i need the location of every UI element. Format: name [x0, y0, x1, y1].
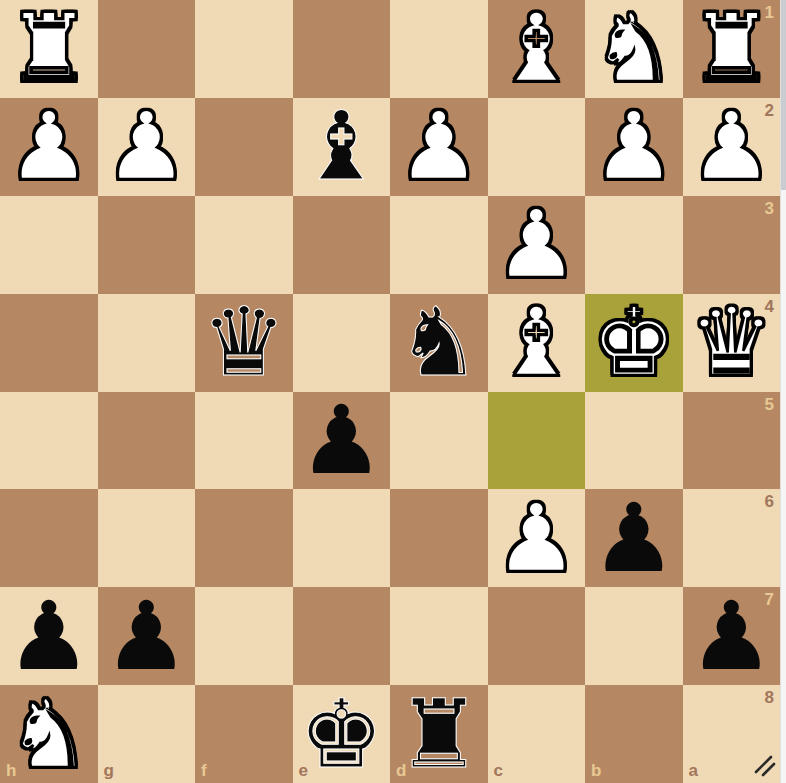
- coord-file-e: e: [299, 762, 308, 779]
- coord-rank-1: 1: [765, 4, 774, 21]
- square-h5[interactable]: [0, 392, 98, 490]
- square-h4[interactable]: [0, 294, 98, 392]
- square-a5[interactable]: 5: [683, 392, 781, 490]
- square-b4[interactable]: ♚: [585, 294, 683, 392]
- coord-file-g: g: [104, 762, 114, 779]
- square-h3[interactable]: [0, 196, 98, 294]
- square-g5[interactable]: [98, 392, 196, 490]
- square-g1[interactable]: [98, 0, 196, 98]
- piece-white-pawn: ♟: [494, 490, 579, 587]
- square-a6[interactable]: 6: [683, 489, 781, 587]
- coord-rank-7: 7: [765, 591, 774, 608]
- square-b5[interactable]: [585, 392, 683, 490]
- square-f7[interactable]: [195, 587, 293, 685]
- piece-white-bishop: ♝: [494, 0, 579, 97]
- piece-white-rook: ♜: [689, 0, 774, 97]
- square-d2[interactable]: ♟: [390, 98, 488, 196]
- piece-white-bishop: ♝: [494, 294, 579, 391]
- square-e1[interactable]: [293, 0, 391, 98]
- coord-file-a: a: [689, 762, 698, 779]
- square-d8[interactable]: ♜d: [390, 685, 488, 783]
- piece-black-knight: ♞: [396, 294, 481, 391]
- coord-file-b: b: [591, 762, 601, 779]
- square-c2[interactable]: [488, 98, 586, 196]
- piece-black-pawn: ♟: [689, 588, 774, 685]
- square-c1[interactable]: ♝: [488, 0, 586, 98]
- square-b7[interactable]: [585, 587, 683, 685]
- square-f1[interactable]: [195, 0, 293, 98]
- square-d6[interactable]: [390, 489, 488, 587]
- square-g7[interactable]: ♟: [98, 587, 196, 685]
- square-c4[interactable]: ♝: [488, 294, 586, 392]
- square-f4[interactable]: ♛: [195, 294, 293, 392]
- square-b6[interactable]: ♟: [585, 489, 683, 587]
- piece-white-rook: ♜: [6, 0, 91, 97]
- square-e7[interactable]: [293, 587, 391, 685]
- piece-white-king: ♚: [591, 294, 676, 391]
- chess-board: ♜♝♞♜1♟♟♝♟♟♟2♟3♛♞♝♚♛4♟5♟♟6♟♟♟7♞hgf♚e♜dcb8…: [0, 0, 780, 783]
- square-e2[interactable]: ♝: [293, 98, 391, 196]
- piece-black-pawn: ♟: [6, 588, 91, 685]
- square-a4[interactable]: ♛4: [683, 294, 781, 392]
- square-d7[interactable]: [390, 587, 488, 685]
- square-d1[interactable]: [390, 0, 488, 98]
- piece-white-pawn: ♟: [494, 196, 579, 293]
- square-a1[interactable]: ♜1: [683, 0, 781, 98]
- piece-black-pawn: ♟: [299, 392, 384, 489]
- square-c6[interactable]: ♟: [488, 489, 586, 587]
- square-f8[interactable]: f: [195, 685, 293, 783]
- square-d4[interactable]: ♞: [390, 294, 488, 392]
- square-g4[interactable]: [98, 294, 196, 392]
- coord-file-c: c: [494, 762, 503, 779]
- square-e6[interactable]: [293, 489, 391, 587]
- square-f2[interactable]: [195, 98, 293, 196]
- square-e5[interactable]: ♟: [293, 392, 391, 490]
- square-h7[interactable]: ♟: [0, 587, 98, 685]
- piece-black-pawn: ♟: [104, 588, 189, 685]
- scrollbar-thumb[interactable]: [781, 0, 786, 190]
- square-h1[interactable]: ♜: [0, 0, 98, 98]
- coord-file-h: h: [6, 762, 16, 779]
- square-b1[interactable]: ♞: [585, 0, 683, 98]
- square-b3[interactable]: [585, 196, 683, 294]
- coord-file-f: f: [201, 762, 207, 779]
- square-f5[interactable]: [195, 392, 293, 490]
- square-d3[interactable]: [390, 196, 488, 294]
- square-g6[interactable]: [98, 489, 196, 587]
- square-e4[interactable]: [293, 294, 391, 392]
- resize-icon: [752, 753, 776, 777]
- square-g2[interactable]: ♟: [98, 98, 196, 196]
- square-a7[interactable]: ♟7: [683, 587, 781, 685]
- coord-rank-6: 6: [765, 493, 774, 510]
- scrollbar[interactable]: [780, 0, 786, 783]
- square-e8[interactable]: ♚e: [293, 685, 391, 783]
- piece-black-king: ♚: [299, 686, 384, 783]
- coord-rank-5: 5: [765, 396, 774, 413]
- piece-black-bishop: ♝: [299, 98, 384, 195]
- square-c7[interactable]: [488, 587, 586, 685]
- page: ♜♝♞♜1♟♟♝♟♟♟2♟3♛♞♝♚♛4♟5♟♟6♟♟♟7♞hgf♚e♜dcb8…: [0, 0, 786, 783]
- square-f3[interactable]: [195, 196, 293, 294]
- piece-white-knight: ♞: [591, 0, 676, 97]
- coord-rank-2: 2: [765, 102, 774, 119]
- piece-black-queen: ♛: [201, 294, 286, 391]
- piece-white-knight: ♞: [6, 686, 91, 783]
- square-h8[interactable]: ♞h: [0, 685, 98, 783]
- square-b8[interactable]: b: [585, 685, 683, 783]
- piece-white-pawn: ♟: [591, 98, 676, 195]
- square-c5[interactable]: [488, 392, 586, 490]
- coord-rank-3: 3: [765, 200, 774, 217]
- piece-white-pawn: ♟: [104, 98, 189, 195]
- piece-white-pawn: ♟: [396, 98, 481, 195]
- square-b2[interactable]: ♟: [585, 98, 683, 196]
- square-h2[interactable]: ♟: [0, 98, 98, 196]
- square-d5[interactable]: [390, 392, 488, 490]
- square-g8[interactable]: g: [98, 685, 196, 783]
- coord-file-d: d: [396, 762, 406, 779]
- square-f6[interactable]: [195, 489, 293, 587]
- piece-black-pawn: ♟: [591, 490, 676, 587]
- coord-rank-8: 8: [765, 689, 774, 706]
- coord-rank-4: 4: [765, 298, 774, 315]
- square-c8[interactable]: c: [488, 685, 586, 783]
- square-a3[interactable]: 3: [683, 196, 781, 294]
- board-resize-handle[interactable]: [752, 753, 776, 777]
- piece-white-pawn: ♟: [689, 98, 774, 195]
- square-a2[interactable]: ♟2: [683, 98, 781, 196]
- square-c3[interactable]: ♟: [488, 196, 586, 294]
- piece-white-queen: ♛: [689, 294, 774, 391]
- square-h6[interactable]: [0, 489, 98, 587]
- square-g3[interactable]: [98, 196, 196, 294]
- piece-black-rook: ♜: [396, 686, 481, 783]
- square-e3[interactable]: [293, 196, 391, 294]
- piece-white-pawn: ♟: [6, 98, 91, 195]
